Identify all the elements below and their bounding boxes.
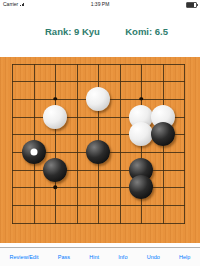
toolbar-button-pass[interactable]: Pass — [57, 254, 71, 260]
grid-line-horizontal — [12, 81, 185, 82]
black-stone — [43, 158, 67, 182]
game-header: Rank: 9 Kyu Komi: 6.5 — [0, 16, 200, 46]
white-stone — [86, 87, 110, 111]
grid-line-horizontal — [12, 223, 185, 224]
toolbar: Review/EditPassHintInfoUndoHelp — [0, 247, 200, 266]
grid-line-horizontal — [12, 205, 185, 206]
clock: 1:39 PM — [91, 0, 110, 9]
star-point — [54, 97, 58, 101]
toolbar-button-review-edit[interactable]: Review/Edit — [9, 254, 40, 260]
toolbar-button-undo[interactable]: Undo — [146, 254, 161, 260]
grid-line-horizontal — [12, 170, 185, 171]
carrier-label: Carrier — [3, 0, 18, 9]
toolbar-button-info[interactable]: Info — [117, 254, 128, 260]
grid-line-vertical — [77, 64, 78, 224]
black-stone — [22, 140, 46, 164]
wifi-signal-icon — [20, 3, 24, 7]
white-stone — [129, 122, 153, 146]
grid-line-horizontal — [12, 64, 185, 65]
black-stone — [151, 122, 175, 146]
go-board[interactable] — [0, 57, 200, 243]
grid-line-horizontal — [12, 187, 185, 188]
status-bar: Carrier 1:39 PM — [0, 0, 200, 9]
black-stone — [86, 140, 110, 164]
toolbar-button-hint[interactable]: Hint — [88, 254, 100, 260]
star-point — [54, 186, 58, 190]
toolbar-button-help[interactable]: Help — [178, 254, 191, 260]
rank-label: Rank: 9 Kyu — [45, 26, 100, 37]
komi-label: Komi: 6.5 — [125, 26, 168, 37]
battery-icon — [186, 2, 197, 8]
last-move-marker — [30, 149, 37, 156]
star-point — [140, 97, 144, 101]
grid-line-vertical — [12, 64, 13, 224]
grid-line-vertical — [120, 64, 121, 224]
grid-line-vertical — [184, 64, 185, 224]
white-stone — [43, 105, 67, 129]
black-stone — [129, 175, 153, 199]
grid-line-vertical — [55, 64, 56, 224]
